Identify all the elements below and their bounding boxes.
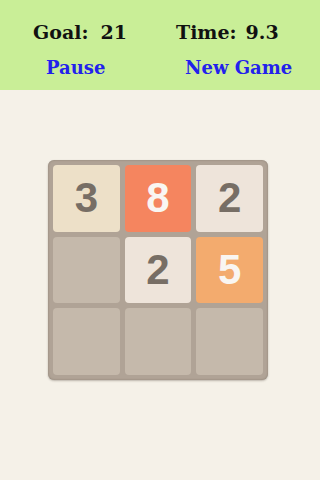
header-bar: Goal:21 Time:9.3 Pause New Game [0,0,320,90]
tile-3: 3 [53,165,120,232]
tile-5: 5 [196,237,263,304]
time-display: Time:9.3 [176,21,279,43]
new-game-button[interactable]: New Game [185,57,292,78]
empty-cell [196,308,263,375]
time-value: 9.3 [246,21,279,43]
tile-8: 8 [125,165,192,232]
pause-button[interactable]: Pause [46,57,105,78]
goal-label: Goal: [33,21,88,43]
game-board[interactable]: 38225 [48,160,268,380]
empty-cell [53,237,120,304]
goal-display: Goal:21 [33,21,127,43]
tile-2: 2 [196,165,263,232]
tile-2: 2 [125,237,192,304]
empty-cell [53,308,120,375]
time-label: Time: [176,21,237,43]
goal-value: 21 [100,21,126,43]
empty-cell [125,308,192,375]
